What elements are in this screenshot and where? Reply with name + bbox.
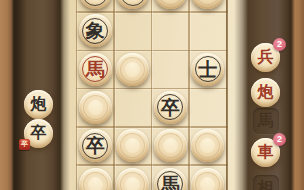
captured-piece-red-炮: 炮 bbox=[251, 78, 280, 107]
tray-ghost-slot-馬: 馬 bbox=[253, 108, 279, 134]
captured-piece-red-車: 車2 bbox=[251, 138, 280, 167]
tray-ghost-slot-相: 相 bbox=[253, 175, 279, 190]
game-screen: 象馬士卒卒馬 炮卒卒 兵2炮馬車2相 bbox=[0, 0, 304, 190]
count-badge: 2 bbox=[273, 133, 286, 146]
count-badge: 2 bbox=[273, 38, 286, 51]
piece-glyph: 炮 bbox=[251, 78, 280, 107]
captured-tray-right: 兵2炮馬車2相 bbox=[0, 0, 304, 190]
captured-piece-red-兵: 兵2 bbox=[251, 43, 280, 72]
